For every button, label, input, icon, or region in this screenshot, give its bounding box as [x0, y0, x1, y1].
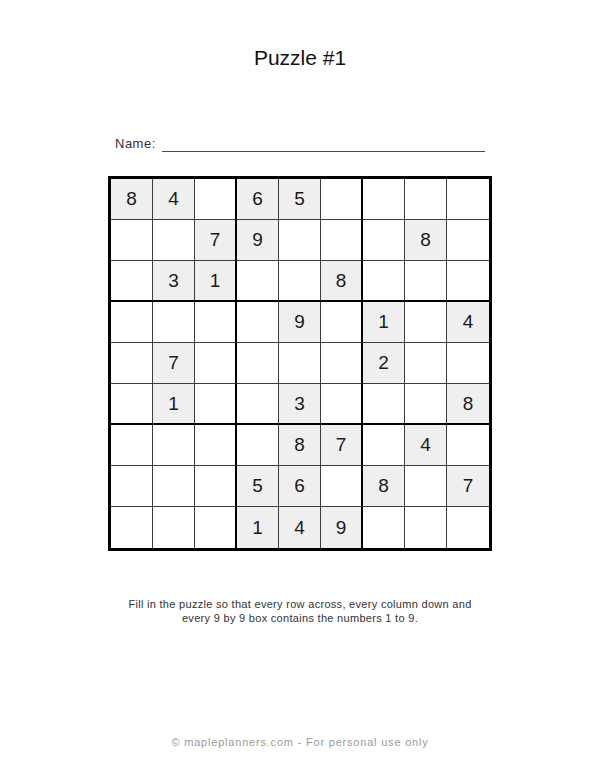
page-title: Puzzle #1: [0, 46, 600, 70]
sudoku-cell-r1c7[interactable]: [363, 179, 405, 220]
name-row: Name:: [115, 136, 485, 152]
sudoku-cell-r2c1[interactable]: [111, 220, 153, 261]
sudoku-cell-r4c3[interactable]: [195, 302, 237, 343]
sudoku-cell-r8c8[interactable]: [405, 466, 447, 507]
sudoku-cell-r4c5: 9: [279, 302, 321, 343]
sudoku-cell-r7c9[interactable]: [447, 425, 489, 466]
sudoku-cell-r2c7[interactable]: [363, 220, 405, 261]
sudoku-cell-r7c2[interactable]: [153, 425, 195, 466]
sudoku-cell-r1c5: 5: [279, 179, 321, 220]
sudoku-cell-r4c8[interactable]: [405, 302, 447, 343]
sudoku-board: 8465798318914721388745687149: [108, 176, 492, 551]
sudoku-cell-r5c8[interactable]: [405, 343, 447, 384]
sudoku-cell-r9c5: 4: [279, 507, 321, 548]
sudoku-cell-r7c7[interactable]: [363, 425, 405, 466]
sudoku-cell-r6c2: 1: [153, 384, 195, 425]
name-label: Name:: [115, 136, 156, 152]
sudoku-cell-r1c8[interactable]: [405, 179, 447, 220]
sudoku-cell-r8c6[interactable]: [321, 466, 363, 507]
sudoku-cell-r7c3[interactable]: [195, 425, 237, 466]
sudoku-cell-r8c4: 5: [237, 466, 279, 507]
sudoku-cell-r2c6[interactable]: [321, 220, 363, 261]
sudoku-cell-r6c5: 3: [279, 384, 321, 425]
sudoku-cell-r5c1[interactable]: [111, 343, 153, 384]
sudoku-cell-r5c9[interactable]: [447, 343, 489, 384]
sudoku-cell-r9c2[interactable]: [153, 507, 195, 548]
sudoku-cell-r4c7: 1: [363, 302, 405, 343]
sudoku-cell-r3c6: 8: [321, 261, 363, 302]
sudoku-cell-r6c9: 8: [447, 384, 489, 425]
sudoku-cell-r9c1[interactable]: [111, 507, 153, 548]
sudoku-cell-r3c7[interactable]: [363, 261, 405, 302]
sudoku-cell-r3c8[interactable]: [405, 261, 447, 302]
sudoku-cell-r8c7: 8: [363, 466, 405, 507]
sudoku-cell-r6c6[interactable]: [321, 384, 363, 425]
sudoku-cell-r2c9[interactable]: [447, 220, 489, 261]
sudoku-cell-r7c5: 8: [279, 425, 321, 466]
sudoku-cell-r4c2[interactable]: [153, 302, 195, 343]
sudoku-cell-r5c6[interactable]: [321, 343, 363, 384]
sudoku-cell-r8c9: 7: [447, 466, 489, 507]
sudoku-cell-r3c9[interactable]: [447, 261, 489, 302]
sudoku-cell-r3c3: 1: [195, 261, 237, 302]
sudoku-cell-r6c3[interactable]: [195, 384, 237, 425]
sudoku-cell-r9c7[interactable]: [363, 507, 405, 548]
sudoku-cell-r5c4[interactable]: [237, 343, 279, 384]
sudoku-cell-r1c2: 4: [153, 179, 195, 220]
name-field[interactable]: [162, 137, 485, 152]
sudoku-cell-r6c1[interactable]: [111, 384, 153, 425]
sudoku-cell-r7c1[interactable]: [111, 425, 153, 466]
sudoku-cell-r4c4[interactable]: [237, 302, 279, 343]
sudoku-cell-r5c2: 7: [153, 343, 195, 384]
sudoku-cell-r1c1: 8: [111, 179, 153, 220]
sudoku-cell-r8c1[interactable]: [111, 466, 153, 507]
sudoku-cell-r1c6[interactable]: [321, 179, 363, 220]
sudoku-cell-r9c4: 1: [237, 507, 279, 548]
sudoku-cell-r9c8[interactable]: [405, 507, 447, 548]
sudoku-cell-r2c3: 7: [195, 220, 237, 261]
sudoku-cell-r5c7: 2: [363, 343, 405, 384]
instructions: Fill in the puzzle so that every row acr…: [0, 597, 600, 625]
sudoku-cell-r2c8: 8: [405, 220, 447, 261]
sudoku-cell-r2c2[interactable]: [153, 220, 195, 261]
sudoku-cell-r6c7[interactable]: [363, 384, 405, 425]
sudoku-cell-r4c9: 4: [447, 302, 489, 343]
sudoku-cell-r1c9[interactable]: [447, 179, 489, 220]
sudoku-cell-r1c4: 6: [237, 179, 279, 220]
sudoku-cell-r8c2[interactable]: [153, 466, 195, 507]
sudoku-cell-r3c4[interactable]: [237, 261, 279, 302]
sudoku-cell-r8c3[interactable]: [195, 466, 237, 507]
sudoku-cell-r7c6: 7: [321, 425, 363, 466]
sudoku-cell-r9c6: 9: [321, 507, 363, 548]
instructions-line-1: Fill in the puzzle so that every row acr…: [0, 597, 600, 611]
sudoku-cell-r3c5[interactable]: [279, 261, 321, 302]
sudoku-cell-r4c6[interactable]: [321, 302, 363, 343]
instructions-line-2: every 9 by 9 box contains the numbers 1 …: [0, 611, 600, 625]
sudoku-cell-r7c8: 4: [405, 425, 447, 466]
sudoku-cell-r3c2: 3: [153, 261, 195, 302]
sudoku-cell-r1c3[interactable]: [195, 179, 237, 220]
sudoku-cell-r6c4[interactable]: [237, 384, 279, 425]
sudoku-cell-r4c1[interactable]: [111, 302, 153, 343]
sudoku-cell-r5c3[interactable]: [195, 343, 237, 384]
footer-copyright: © mapleplanners.com - For personal use o…: [0, 736, 600, 748]
sudoku-cell-r3c1[interactable]: [111, 261, 153, 302]
sudoku-cell-r9c3[interactable]: [195, 507, 237, 548]
sudoku-cell-r7c4[interactable]: [237, 425, 279, 466]
sudoku-cell-r2c4: 9: [237, 220, 279, 261]
sudoku-cell-r5c5[interactable]: [279, 343, 321, 384]
sudoku-cell-r8c5: 6: [279, 466, 321, 507]
sudoku-board-wrap: 8465798318914721388745687149: [108, 176, 492, 551]
sudoku-cell-r6c8[interactable]: [405, 384, 447, 425]
sudoku-cell-r9c9[interactable]: [447, 507, 489, 548]
sudoku-cell-r2c5[interactable]: [279, 220, 321, 261]
